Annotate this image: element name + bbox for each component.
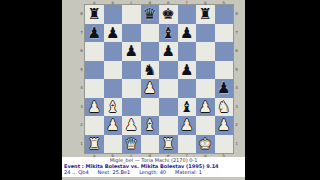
right-letterbox [245, 0, 320, 180]
material-balance: Material: 1 [175, 169, 202, 175]
square-d3[interactable] [141, 98, 160, 117]
coord-label-7: 7 [234, 24, 239, 43]
square-d2[interactable]: ♝ [141, 116, 160, 135]
square-c3[interactable] [122, 98, 141, 117]
white-bishop: ♝ [143, 116, 156, 135]
coord-label-8: 8 [79, 5, 84, 24]
caption-panel: Migle_bel — Toria Machi (2170) 0-1 Event… [62, 157, 245, 177]
coord-label-4: 4 [79, 79, 84, 98]
square-f4[interactable] [178, 79, 197, 98]
square-a1[interactable]: ♜ [85, 135, 104, 154]
square-h2[interactable]: ♟ [215, 116, 234, 135]
square-a2[interactable] [85, 116, 104, 135]
coord-label-2: 2 [79, 116, 84, 135]
square-h1[interactable] [215, 135, 234, 154]
square-e4[interactable] [159, 79, 178, 98]
black-pawn: ♟ [180, 61, 193, 80]
white-king: ♚ [199, 135, 212, 154]
square-d5[interactable]: ♞ [141, 61, 160, 80]
square-c8[interactable] [122, 5, 141, 24]
coord-label-3: 3 [234, 98, 239, 117]
black-bishop: ♝ [180, 98, 193, 117]
square-f5[interactable]: ♟ [178, 61, 197, 80]
white-pawn: ♟ [106, 116, 119, 135]
square-h5[interactable] [215, 61, 234, 80]
square-h3[interactable]: ♞ [215, 98, 234, 117]
black-rook: ♜ [88, 5, 101, 24]
square-c5[interactable] [122, 61, 141, 80]
black-queen: ♛ [143, 5, 156, 24]
black-rook: ♜ [199, 5, 212, 24]
white-rook: ♜ [162, 135, 175, 154]
square-h8[interactable] [215, 5, 234, 24]
video-frame: abcdefgh ♜♛♚♜♟♟♝♟♟♟♞♟♟♟♟♝♝♟♞♟♟♝♟♟♜♛♜♚ ab… [62, 0, 245, 180]
square-b2[interactable]: ♟ [104, 116, 123, 135]
square-f6[interactable] [178, 42, 197, 61]
square-e6[interactable]: ♟ [159, 42, 178, 61]
square-g1[interactable]: ♚ [196, 135, 215, 154]
white-pawn: ♟ [199, 98, 212, 117]
left-letterbox [0, 0, 62, 180]
coord-label-6: 6 [79, 42, 84, 61]
square-c1[interactable]: ♛ [122, 135, 141, 154]
coord-label-7: 7 [79, 24, 84, 43]
coord-label-4: 4 [234, 79, 239, 98]
rank-labels-left: 87654321 [79, 5, 84, 153]
square-e5[interactable] [159, 61, 178, 80]
square-d4[interactable]: ♟ [141, 79, 160, 98]
black-pawn: ♟ [125, 42, 138, 61]
rank-labels-right: 87654321 [234, 5, 239, 153]
black-pawn: ♟ [88, 24, 101, 43]
coord-label-3: 3 [79, 98, 84, 117]
move-status-line: 24 ... Qb4Next: 25.Be1Length: 40Material… [64, 170, 211, 175]
square-d1[interactable] [141, 135, 160, 154]
square-c2[interactable]: ♟ [122, 116, 141, 135]
white-queen: ♛ [125, 135, 138, 154]
square-h4[interactable]: ♟ [215, 79, 234, 98]
black-pawn: ♟ [217, 79, 230, 98]
square-f3[interactable]: ♝ [178, 98, 197, 117]
square-f2[interactable]: ♟ [178, 116, 197, 135]
square-a8[interactable]: ♜ [85, 5, 104, 24]
square-g2[interactable] [196, 116, 215, 135]
square-f7[interactable]: ♟ [178, 24, 197, 43]
white-pawn: ♟ [217, 116, 230, 135]
square-d6[interactable] [141, 42, 160, 61]
coord-label-1: 1 [234, 135, 239, 154]
square-g4[interactable] [196, 79, 215, 98]
chess-board: ♜♛♚♜♟♟♝♟♟♟♞♟♟♟♟♝♝♟♞♟♟♝♟♟♜♛♜♚ [85, 5, 233, 153]
square-b1[interactable] [104, 135, 123, 154]
white-knight: ♞ [217, 98, 230, 117]
square-f1[interactable] [178, 135, 197, 154]
square-b8[interactable] [104, 5, 123, 24]
square-g7[interactable] [196, 24, 215, 43]
square-a6[interactable] [85, 42, 104, 61]
coord-label-5: 5 [234, 61, 239, 80]
square-f8[interactable] [178, 5, 197, 24]
next-move: Next: 25.Be1 [98, 169, 131, 175]
square-c7[interactable] [122, 24, 141, 43]
square-d8[interactable]: ♛ [141, 5, 160, 24]
square-b5[interactable] [104, 61, 123, 80]
square-b4[interactable] [104, 79, 123, 98]
square-h7[interactable] [215, 24, 234, 43]
black-king: ♚ [162, 5, 175, 24]
square-d7[interactable] [141, 24, 160, 43]
square-b3[interactable]: ♝ [104, 98, 123, 117]
square-e2[interactable] [159, 116, 178, 135]
square-e8[interactable]: ♚ [159, 5, 178, 24]
coord-label-2: 2 [234, 116, 239, 135]
current-move: 24 ... Qb4 [64, 169, 89, 175]
coord-label-6: 6 [234, 42, 239, 61]
square-a4[interactable] [85, 79, 104, 98]
white-pawn: ♟ [125, 116, 138, 135]
square-g5[interactable] [196, 61, 215, 80]
square-e1[interactable]: ♜ [159, 135, 178, 154]
square-e7[interactable]: ♝ [159, 24, 178, 43]
white-pawn: ♟ [143, 79, 156, 98]
white-pawn: ♟ [180, 116, 193, 135]
square-g3[interactable]: ♟ [196, 98, 215, 117]
square-h6[interactable] [215, 42, 234, 61]
square-c4[interactable] [122, 79, 141, 98]
white-bishop: ♝ [106, 98, 119, 117]
black-pawn: ♟ [106, 24, 119, 43]
square-b7[interactable]: ♟ [104, 24, 123, 43]
square-g8[interactable]: ♜ [196, 5, 215, 24]
game-length: Length: 40 [139, 169, 166, 175]
coord-label-5: 5 [79, 61, 84, 80]
white-pawn: ♟ [88, 98, 101, 117]
square-a3[interactable]: ♟ [85, 98, 104, 117]
coord-label-8: 8 [234, 5, 239, 24]
square-a5[interactable] [85, 61, 104, 80]
black-pawn: ♟ [162, 42, 175, 61]
square-e3[interactable] [159, 98, 178, 117]
black-knight: ♞ [143, 61, 156, 80]
square-a7[interactable]: ♟ [85, 24, 104, 43]
white-rook: ♜ [88, 135, 101, 154]
coord-label-1: 1 [79, 135, 84, 154]
black-bishop: ♝ [162, 24, 175, 43]
square-b6[interactable] [104, 42, 123, 61]
square-c6[interactable]: ♟ [122, 42, 141, 61]
black-pawn: ♟ [180, 24, 193, 43]
square-g6[interactable] [196, 42, 215, 61]
